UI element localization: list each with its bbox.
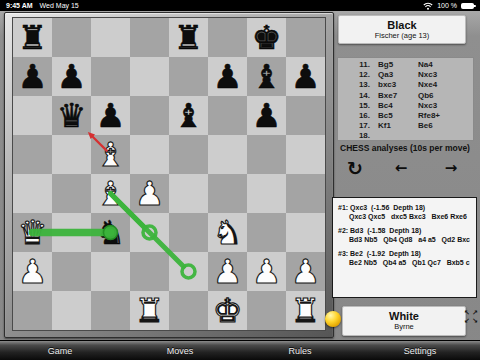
piece-black-pawn[interactable]: ♟ [286, 57, 325, 96]
move-number: 18. [352, 131, 370, 141]
square-h4[interactable] [286, 174, 325, 213]
piece-white-pawn[interactable]: ♟ [247, 252, 286, 291]
square-g3[interactable] [247, 213, 286, 252]
expand-arrow-glyph: ↙ [463, 317, 471, 325]
move-number: 15. [352, 101, 370, 111]
square-e2[interactable] [169, 252, 208, 291]
square-f2[interactable]: ♟ [208, 252, 247, 291]
chess-board[interactable]: ♜♜♚♟♟♟♝♟♛♟♝♟♝♝♟♛♞♞♟♟♟♟♜♚♜ [13, 18, 325, 330]
analysis-line: Bd3 Nb5 Qb4 Qd8 a4 a5 Qd2 Bxc [338, 235, 474, 244]
piece-white-bishop[interactable]: ♝ [91, 174, 130, 213]
square-e7[interactable] [169, 57, 208, 96]
turn-indicator-ball [325, 311, 341, 327]
move-row[interactable]: 13.bxc3Nxe4 [352, 80, 473, 90]
move-row[interactable]: 18. [352, 131, 473, 141]
clock-date: Wed May 15 [40, 2, 79, 9]
move-list[interactable]: 11.Bg5Na412.Qa3Nxc313.bxc3Nxe414.Bxe7Qb6… [337, 57, 474, 141]
square-a2[interactable]: ♟ [13, 252, 52, 291]
piece-black-pawn[interactable]: ♟ [13, 57, 52, 96]
bottom-tab-bar: Game Moves Rules Settings [0, 340, 480, 360]
move-row[interactable]: 14.Bxe7Qb6 [352, 91, 473, 101]
square-e8[interactable]: ♜ [169, 18, 208, 57]
wifi-icon [423, 2, 433, 10]
black-player-label: Black [339, 19, 465, 32]
square-c6[interactable]: ♟ [91, 96, 130, 135]
square-d3[interactable] [130, 213, 169, 252]
square-c7[interactable] [91, 57, 130, 96]
white-move: Bc5 [370, 111, 418, 121]
square-b4[interactable] [52, 174, 91, 213]
white-move: Bc4 [370, 101, 418, 111]
white-move [370, 131, 418, 141]
tab-settings[interactable]: Settings [360, 346, 480, 356]
square-f4[interactable] [208, 174, 247, 213]
square-h2[interactable]: ♟ [286, 252, 325, 291]
square-g1[interactable] [247, 291, 286, 330]
piece-black-pawn[interactable]: ♟ [91, 96, 130, 135]
square-b1[interactable] [52, 291, 91, 330]
square-a8[interactable]: ♜ [13, 18, 52, 57]
white-move: bxc3 [370, 80, 418, 90]
piece-black-queen[interactable]: ♛ [52, 96, 91, 135]
black-move: Rfe8+ [418, 111, 473, 121]
black-move: Na4 [418, 60, 473, 70]
clock-time: 9:45 AM [6, 2, 33, 9]
white-move: Bxe7 [370, 91, 418, 101]
square-f1[interactable]: ♚ [208, 291, 247, 330]
square-d7[interactable] [130, 57, 169, 96]
square-g4[interactable] [247, 174, 286, 213]
white-player-name: Byrne [343, 323, 465, 332]
previous-move-button[interactable]: ← [388, 160, 414, 177]
analysis-entry: #2: Bd3 (-1.58 Depth 18)Bd3 Nb5 Qb4 Qd8 … [338, 226, 474, 244]
black-player-name: Fischer (age 13) [339, 32, 465, 41]
square-b8[interactable] [52, 18, 91, 57]
black-player-box: Black Fischer (age 13) [338, 15, 466, 44]
tab-rules[interactable]: Rules [240, 346, 360, 356]
piece-white-pawn[interactable]: ♟ [286, 252, 325, 291]
piece-black-pawn[interactable]: ♟ [208, 57, 247, 96]
tab-game[interactable]: Game [0, 346, 120, 356]
square-g7[interactable]: ♝ [247, 57, 286, 96]
piece-black-rook[interactable]: ♜ [169, 18, 208, 57]
square-e5[interactable] [169, 135, 208, 174]
piece-white-knight[interactable]: ♞ [208, 213, 247, 252]
piece-black-pawn[interactable]: ♟ [52, 57, 91, 96]
black-move: Nxc3 [418, 101, 473, 111]
piece-black-bishop[interactable]: ♝ [247, 57, 286, 96]
square-f8[interactable] [208, 18, 247, 57]
piece-white-rook[interactable]: ♜ [130, 291, 169, 330]
move-number: 11. [352, 60, 370, 70]
square-b7[interactable]: ♟ [52, 57, 91, 96]
black-move: Qb6 [418, 91, 473, 101]
battery-icon [461, 3, 474, 9]
square-g6[interactable]: ♟ [247, 96, 286, 135]
black-move [418, 131, 473, 141]
square-c8[interactable] [91, 18, 130, 57]
move-number: 13. [352, 80, 370, 90]
square-d8[interactable] [130, 18, 169, 57]
square-f5[interactable] [208, 135, 247, 174]
square-h1[interactable]: ♜ [286, 291, 325, 330]
black-move: Be6 [418, 121, 473, 131]
square-e3[interactable] [169, 213, 208, 252]
piece-white-queen[interactable]: ♛ [13, 213, 52, 252]
square-g8[interactable]: ♚ [247, 18, 286, 57]
move-row[interactable]: 16.Bc5Rfe8+ [352, 111, 473, 121]
square-d5[interactable] [130, 135, 169, 174]
square-c1[interactable] [91, 291, 130, 330]
white-move: Qa3 [370, 70, 418, 80]
square-a6[interactable] [13, 96, 52, 135]
square-f3[interactable]: ♞ [208, 213, 247, 252]
status-bar: 9:45 AM Wed May 15 100 % [0, 0, 480, 11]
square-h7[interactable]: ♟ [286, 57, 325, 96]
analysis-header: #1: Qxc3 (-1.56 Depth 18) [338, 203, 474, 212]
square-d4[interactable]: ♟ [130, 174, 169, 213]
square-b2[interactable] [52, 252, 91, 291]
fullscreen-icon[interactable]: ↖↗↙↘ [463, 309, 480, 326]
piece-white-pawn[interactable]: ♟ [13, 252, 52, 291]
square-f6[interactable] [208, 96, 247, 135]
square-a5[interactable] [13, 135, 52, 174]
square-c3[interactable]: ♞ [91, 213, 130, 252]
expand-arrow-glyph: ↘ [471, 317, 479, 325]
square-h6[interactable] [286, 96, 325, 135]
piece-black-rook[interactable]: ♜ [13, 18, 52, 57]
move-number: 14. [352, 91, 370, 101]
square-a3[interactable]: ♛ [13, 213, 52, 252]
square-e6[interactable]: ♝ [169, 96, 208, 135]
square-g2[interactable]: ♟ [247, 252, 286, 291]
black-move: Nxe4 [418, 80, 473, 90]
square-d2[interactable] [130, 252, 169, 291]
move-number: 16. [352, 111, 370, 121]
engine-analysis-panel: #1: Qxc3 (-1.56 Depth 18)Qxc3 Qxc5 dxc5 … [332, 197, 477, 298]
white-player-box: White Byrne [342, 306, 466, 336]
move-row[interactable]: 12.Qa3Nxc3 [352, 70, 473, 80]
square-a4[interactable] [13, 174, 52, 213]
analysis-entry: #1: Qxc3 (-1.56 Depth 18)Qxc3 Qxc5 dxc5 … [338, 203, 474, 221]
square-a1[interactable] [13, 291, 52, 330]
square-b5[interactable] [52, 135, 91, 174]
move-row[interactable]: 17.Kf1Be6 [352, 121, 473, 131]
piece-white-pawn[interactable]: ♟ [130, 174, 169, 213]
refresh-analysis-button[interactable]: ↻ [342, 157, 368, 179]
analysis-line: Qxc3 Qxc5 dxc5 Bxc3 Bxe6 Rxe6 [338, 212, 474, 221]
expand-arrow-glyph: ↗ [471, 309, 479, 317]
square-e1[interactable] [169, 291, 208, 330]
analysis-header: #2: Bd3 (-1.58 Depth 18) [338, 226, 474, 235]
next-move-button[interactable]: → [438, 160, 464, 177]
piece-white-king[interactable]: ♚ [208, 291, 247, 330]
square-b6[interactable]: ♛ [52, 96, 91, 135]
app-screen: 9:45 AM Wed May 15 100 % ♜♜♚♟♟♟♝♟♛♟♝♟♝♝♟… [0, 0, 480, 360]
black-move: Nxc3 [418, 70, 473, 80]
tab-moves[interactable]: Moves [120, 346, 240, 356]
white-move: Kf1 [370, 121, 418, 131]
square-h3[interactable] [286, 213, 325, 252]
piece-black-king[interactable]: ♚ [247, 18, 286, 57]
square-a7[interactable]: ♟ [13, 57, 52, 96]
move-row[interactable]: 15.Bc4Nxc3 [352, 101, 473, 111]
piece-white-pawn[interactable]: ♟ [208, 252, 247, 291]
analysis-line: Be2 Nb5 Qb4 a5 Qb1 Qc7 Bxb5 c [338, 258, 474, 267]
piece-black-knight[interactable]: ♞ [91, 213, 130, 252]
piece-white-bishop[interactable]: ♝ [91, 135, 130, 174]
square-e4[interactable] [169, 174, 208, 213]
expand-arrow-glyph: ↖ [463, 309, 471, 317]
move-row[interactable]: 11.Bg5Na4 [352, 60, 473, 70]
white-move: Bg5 [370, 60, 418, 70]
piece-white-rook[interactable]: ♜ [286, 291, 325, 330]
analysis-entry: #3: Be2 (-1.92 Depth 18)Be2 Nb5 Qb4 a5 Q… [338, 249, 474, 267]
square-b3[interactable] [52, 213, 91, 252]
move-number: 17. [352, 121, 370, 131]
piece-black-pawn[interactable]: ♟ [247, 96, 286, 135]
square-c2[interactable] [91, 252, 130, 291]
square-h5[interactable] [286, 135, 325, 174]
square-h8[interactable] [286, 18, 325, 57]
square-d6[interactable] [130, 96, 169, 135]
square-c4[interactable]: ♝ [91, 174, 130, 213]
square-f7[interactable]: ♟ [208, 57, 247, 96]
square-d1[interactable]: ♜ [130, 291, 169, 330]
piece-black-bishop[interactable]: ♝ [169, 96, 208, 135]
square-c5[interactable]: ♝ [91, 135, 130, 174]
battery-percent: 100 % [437, 2, 457, 9]
square-g5[interactable] [247, 135, 286, 174]
analysis-header: #3: Be2 (-1.92 Depth 18) [338, 249, 474, 258]
analysis-title: CHESS analyses (10s per move) [331, 143, 479, 153]
move-number: 12. [352, 70, 370, 80]
